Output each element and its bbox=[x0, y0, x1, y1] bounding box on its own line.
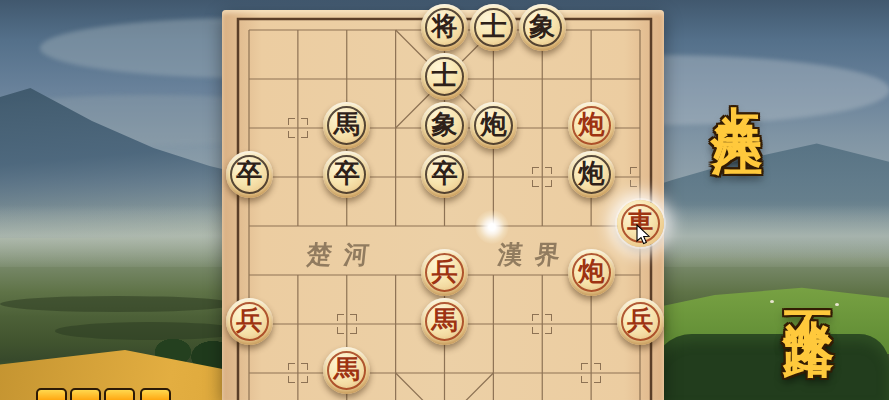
sheep-dot bbox=[800, 308, 804, 311]
caption-dont-get-lost: 不迷路 bbox=[774, 270, 844, 294]
piece-black-elephant[interactable]: 象 bbox=[421, 102, 468, 149]
piece-glyph: 馬 bbox=[334, 111, 360, 137]
piece-black-soldier[interactable]: 卒 bbox=[226, 151, 273, 198]
piece-black-advisor[interactable]: 士 bbox=[470, 4, 517, 51]
piece-glyph: 炮 bbox=[578, 111, 604, 137]
caption-follow: 点关注 bbox=[702, 64, 772, 88]
piece-glyph: 士 bbox=[480, 13, 506, 39]
piece-glyph: 馬 bbox=[334, 356, 360, 382]
river-label-chu-he: 楚河 bbox=[305, 238, 382, 271]
point-marker bbox=[337, 314, 357, 334]
sheep-dot bbox=[770, 300, 774, 303]
piece-glyph: 象 bbox=[529, 13, 555, 39]
piece-glyph: 兵 bbox=[627, 307, 653, 333]
piece-black-cannon[interactable]: 炮 bbox=[568, 151, 615, 198]
piece-glyph: 士 bbox=[432, 62, 458, 88]
partial-gold-text bbox=[104, 388, 135, 400]
piece-glyph: 炮 bbox=[578, 258, 604, 284]
point-marker bbox=[532, 167, 552, 187]
piece-glyph: 卒 bbox=[334, 160, 360, 186]
point-marker bbox=[288, 118, 308, 138]
piece-black-advisor[interactable]: 士 bbox=[421, 53, 468, 100]
piece-glyph: 兵 bbox=[432, 258, 458, 284]
point-marker bbox=[288, 363, 308, 383]
point-marker bbox=[532, 314, 552, 334]
piece-glyph: 兵 bbox=[236, 307, 262, 333]
piece-red-cannon[interactable]: 炮 bbox=[568, 249, 615, 296]
trees-right bbox=[652, 334, 889, 400]
piece-black-elephant[interactable]: 象 bbox=[519, 4, 566, 51]
xiangqi-board[interactable]: 楚河 漢界 将士象士馬象炮炮卒卒卒炮車兵炮兵馬兵馬 bbox=[222, 10, 664, 400]
piece-glyph: 炮 bbox=[480, 111, 506, 137]
piece-red-soldier[interactable]: 兵 bbox=[617, 298, 664, 345]
piece-glyph: 将 bbox=[432, 13, 458, 39]
piece-glyph: 馬 bbox=[432, 307, 458, 333]
piece-red-cannon[interactable]: 炮 bbox=[568, 102, 615, 149]
piece-red-horse[interactable]: 馬 bbox=[323, 347, 370, 394]
piece-black-horse[interactable]: 馬 bbox=[323, 102, 370, 149]
sheep-dot bbox=[835, 303, 839, 306]
point-marker bbox=[581, 363, 601, 383]
river-label-han-jie: 漢界 bbox=[496, 238, 573, 271]
piece-black-cannon[interactable]: 炮 bbox=[470, 102, 517, 149]
partial-gold-text bbox=[36, 388, 67, 400]
piece-glyph: 卒 bbox=[432, 160, 458, 186]
partial-gold-text bbox=[70, 388, 101, 400]
piece-black-soldier[interactable]: 卒 bbox=[323, 151, 370, 198]
piece-red-soldier[interactable]: 兵 bbox=[226, 298, 273, 345]
sparkle-effect bbox=[475, 210, 509, 244]
piece-glyph: 卒 bbox=[236, 160, 262, 186]
partial-gold-text bbox=[140, 388, 171, 400]
piece-red-soldier[interactable]: 兵 bbox=[421, 249, 468, 296]
piece-red-horse[interactable]: 馬 bbox=[421, 298, 468, 345]
hedgerow bbox=[0, 296, 235, 312]
mouse-cursor bbox=[636, 224, 652, 246]
game-screen: 楚河 漢界 将士象士馬象炮炮卒卒卒炮車兵炮兵馬兵馬 点关注 不迷路 bbox=[0, 0, 889, 400]
piece-black-general[interactable]: 将 bbox=[421, 4, 468, 51]
piece-glyph: 炮 bbox=[578, 160, 604, 186]
point-marker bbox=[630, 167, 650, 187]
piece-black-soldier[interactable]: 卒 bbox=[421, 151, 468, 198]
piece-glyph: 象 bbox=[432, 111, 458, 137]
